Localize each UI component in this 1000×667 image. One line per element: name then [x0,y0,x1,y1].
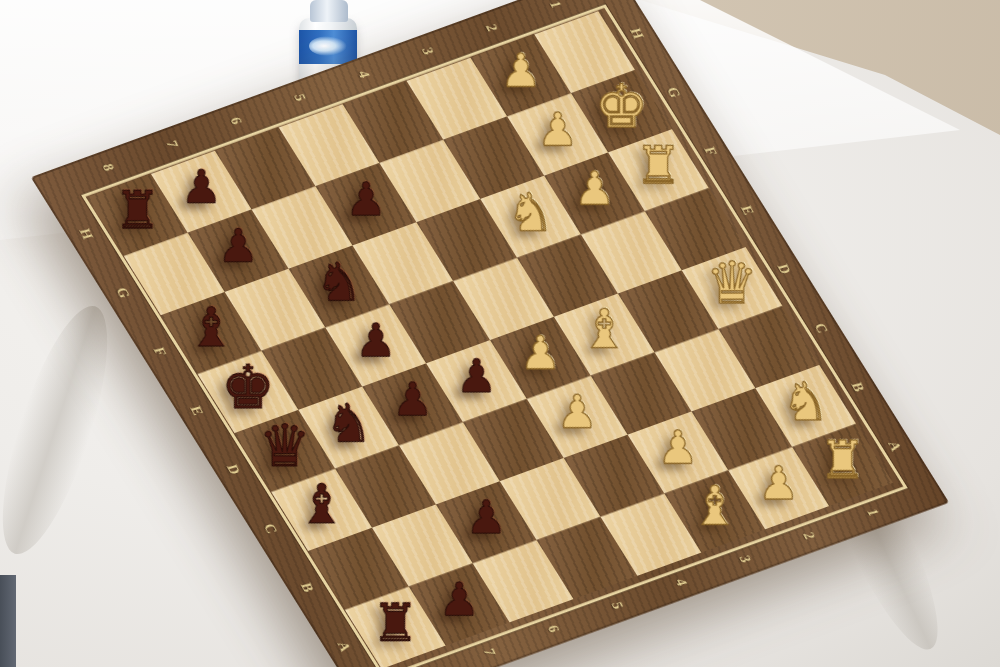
coord-bottom-7: 7 [475,641,504,664]
piece-white-rook-f1[interactable]: ♜ [624,131,692,199]
black-bishop-glyph: ♝ [187,301,235,355]
white-knight-glyph: ♞ [782,374,830,427]
piece-white-queen-d1[interactable]: ♛ [698,249,766,317]
bottle-label-graphic [309,36,347,56]
coord-left-G: G [108,281,137,304]
white-pawn-glyph: ♟ [657,425,698,471]
coord-top-1: 1 [541,0,570,16]
black-pawn-glyph: ♟ [355,317,396,363]
coord-left-D: D [219,458,248,481]
white-pawn-glyph: ♟ [500,48,541,94]
black-pawn-glyph: ♟ [439,576,480,622]
bottle-label [299,30,357,64]
white-bishop-glyph: ♝ [580,303,628,357]
coord-top-6: 6 [221,109,250,132]
white-pawn-glyph: ♟ [557,389,598,435]
tournament-photo-scene: 8765432187654321HGFEDCBAHGFEDCBA ♜♟♟♟♟♟♚… [0,0,1000,667]
coord-left-C: C [256,517,285,540]
black-knight-glyph: ♞ [315,255,363,308]
black-bishop-glyph: ♝ [297,478,345,532]
coord-top-4: 4 [349,63,378,86]
coord-bottom-5: 5 [602,594,631,617]
black-knight-glyph: ♞ [325,396,373,449]
coord-bottom-2: 2 [794,524,823,547]
white-rook-glyph: ♜ [635,139,682,191]
coord-bottom-6: 6 [539,617,568,640]
black-queen-glyph: ♛ [259,417,311,475]
coord-left-B: B [292,576,321,599]
coord-left-E: E [182,399,211,422]
white-king-glyph: ♚ [595,76,649,136]
white-pawn-glyph: ♟ [758,460,799,506]
cloth-fold [0,296,128,565]
black-pawn-glyph: ♟ [345,176,386,222]
black-rook-glyph: ♜ [372,597,419,649]
coord-top-5: 5 [285,86,314,109]
coord-left-F: F [145,340,174,363]
black-pawn-glyph: ♟ [466,494,507,540]
black-rook-glyph: ♜ [114,184,161,236]
coord-left-A: A [329,635,358,658]
white-rook-glyph: ♜ [819,434,866,486]
coord-bottom-3: 3 [730,548,759,571]
white-knight-glyph: ♞ [507,185,555,238]
piece-white-knight-b1[interactable]: ♞ [772,367,840,435]
chair-edge [0,575,16,667]
white-pawn-glyph: ♟ [537,106,578,152]
black-pawn-glyph: ♟ [392,376,433,422]
coord-top-3: 3 [413,40,442,63]
white-bishop-glyph: ♝ [691,479,739,533]
black-pawn-glyph: ♟ [456,353,497,399]
coord-bottom-4: 4 [666,571,695,594]
white-queen-glyph: ♛ [706,254,758,312]
black-pawn-glyph: ♟ [218,223,259,269]
white-pawn-glyph: ♟ [520,330,561,376]
black-pawn-glyph: ♟ [181,164,222,210]
bottle-cap [310,0,348,22]
white-pawn-glyph: ♟ [574,165,615,211]
black-king-glyph: ♚ [221,357,275,417]
piece-white-rook-a1[interactable]: ♜ [809,426,877,494]
coord-left-H: H [71,222,100,245]
coord-bottom-1: 1 [858,501,887,524]
piece-white-king-g1[interactable]: ♚ [588,72,656,140]
